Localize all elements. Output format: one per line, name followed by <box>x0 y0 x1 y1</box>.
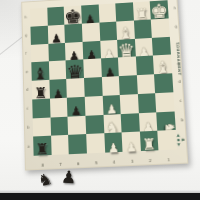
board-cell[interactable] <box>121 113 140 133</box>
file-labels-left: hgfedcba <box>24 9 30 156</box>
coord-label: f <box>25 45 28 63</box>
board-cell[interactable]: ♝ <box>31 62 49 81</box>
board-cell[interactable] <box>152 36 171 55</box>
coord-label: a <box>27 137 30 156</box>
board-cell[interactable] <box>86 133 105 153</box>
rank-labels-bottom: 87654321 <box>34 158 178 168</box>
board-cell[interactable] <box>68 134 87 154</box>
board-cell[interactable]: ♟ <box>83 40 101 59</box>
board-cell[interactable] <box>154 73 173 93</box>
coord-label: 5 <box>87 161 105 166</box>
captured-black-pawn: ♟ <box>61 169 77 187</box>
board-cell[interactable]: ♟ <box>49 79 67 98</box>
board-cell[interactable]: ♟ <box>65 41 83 60</box>
table-edge <box>0 193 200 200</box>
board-cell[interactable]: ♟ <box>134 37 153 56</box>
board-cell[interactable] <box>85 114 103 134</box>
black-rook-a8[interactable]: ♜ <box>35 143 49 157</box>
board-cell[interactable]: ♟ <box>138 112 157 132</box>
coord-label: e <box>25 63 28 81</box>
board-cell[interactable] <box>133 19 151 38</box>
board-cell[interactable]: ♟ <box>100 39 118 58</box>
board-cell[interactable]: ♚ <box>64 6 82 25</box>
board-cell[interactable]: ♟ <box>122 132 141 152</box>
board-cell[interactable] <box>115 2 133 21</box>
board-cell[interactable]: ♜ <box>33 136 51 156</box>
coord-label: c <box>26 99 29 118</box>
board-cell[interactable] <box>47 7 65 26</box>
white-rook-a2[interactable]: ♜ <box>142 138 157 152</box>
board-cell[interactable] <box>33 117 51 137</box>
board-cell[interactable] <box>30 8 47 27</box>
coord-label: h <box>24 9 27 27</box>
board-cell[interactable] <box>119 75 138 95</box>
board-cell[interactable] <box>49 97 67 117</box>
board-cell[interactable] <box>98 3 116 22</box>
coord-label: b <box>180 111 184 130</box>
coord-label: h <box>173 0 177 18</box>
coord-label: 3 <box>123 159 141 164</box>
board-cell[interactable] <box>32 98 50 118</box>
coord-label: d <box>26 81 29 100</box>
board-cell[interactable] <box>50 116 68 136</box>
board-cell[interactable]: ♜ <box>132 1 150 20</box>
board-cell[interactable]: ♟ <box>104 133 123 153</box>
board-cell[interactable] <box>66 78 84 97</box>
board-cell[interactable] <box>64 23 82 42</box>
board-cell[interactable]: ♜ <box>139 131 158 151</box>
board-cell[interactable]: ♟ <box>101 58 119 77</box>
coord-label: g <box>25 27 28 45</box>
board-cell[interactable] <box>84 77 102 97</box>
chessboard: ♚♟♜♚♟♝♟♟♟♛♟♝♛♟♝♜♟♟♟♞♟♞♜♟♟♜ 87654321 hgfe… <box>21 0 188 171</box>
board-cell[interactable] <box>51 135 69 155</box>
board-cell[interactable] <box>118 57 136 76</box>
board-cell[interactable]: ♛ <box>66 60 84 79</box>
coord-label: 4 <box>105 160 123 165</box>
board-cell[interactable]: ♜ <box>32 80 50 99</box>
board-cell[interactable] <box>83 59 101 78</box>
coord-label: c <box>179 92 183 111</box>
board-cell[interactable]: ♞ <box>103 114 122 134</box>
board-cell[interactable] <box>157 130 177 150</box>
board-cell[interactable]: ♟ <box>47 24 65 43</box>
board-cell[interactable]: ♛ <box>117 38 135 57</box>
board-cell[interactable] <box>67 115 86 135</box>
board-cell[interactable] <box>155 92 174 112</box>
board-cell[interactable] <box>101 76 119 96</box>
board-cell[interactable]: ♟ <box>81 5 99 24</box>
board-cell[interactable]: ♝ <box>116 20 134 39</box>
coord-label: 6 <box>69 162 87 167</box>
board-cell[interactable] <box>31 43 49 62</box>
board-cell[interactable]: ♝ <box>153 55 172 75</box>
white-pawn-a4[interactable]: ♟ <box>108 143 119 154</box>
board-cell[interactable] <box>30 25 47 44</box>
board-cell[interactable] <box>48 61 66 80</box>
board-cell[interactable]: ♞ <box>156 111 176 131</box>
board-cell[interactable] <box>85 96 103 116</box>
board-cell[interactable] <box>151 18 170 37</box>
coord-label: 8 <box>34 163 52 168</box>
board-cell[interactable] <box>48 42 66 61</box>
brand-text: TOURNAMENT <box>175 42 181 76</box>
white-pawn-a3[interactable]: ♟ <box>126 142 138 153</box>
board-grid: ♚♟♜♚♟♝♟♟♟♛♟♝♛♟♝♜♟♟♟♞♟♞♜♟♟♜ <box>30 0 177 156</box>
captured-black-knight: ♞ <box>36 171 53 190</box>
coord-label: 1 <box>159 158 178 163</box>
coord-label: 2 <box>141 159 159 164</box>
board-cell[interactable] <box>137 93 156 113</box>
coord-label: g <box>174 18 178 36</box>
board-cell[interactable]: ♟ <box>67 97 86 117</box>
board-cell[interactable]: ♟ <box>102 95 120 115</box>
board-cell[interactable] <box>136 74 155 94</box>
board-cell[interactable] <box>120 94 139 114</box>
coord-label: b <box>27 118 30 137</box>
board-cell[interactable] <box>135 56 154 75</box>
board-cell[interactable] <box>82 22 100 41</box>
board-cell[interactable] <box>99 21 117 40</box>
table-photo: ♚♟♜♚♟♝♟♟♟♛♟♝♛♟♝♜♟♟♟♞♟♞♜♟♟♜ 87654321 hgfe… <box>0 0 200 200</box>
board-cell[interactable]: ♚ <box>150 0 169 19</box>
